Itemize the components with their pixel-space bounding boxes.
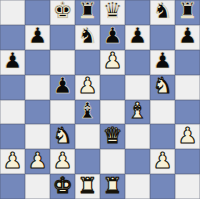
square-a5[interactable] bbox=[0, 75, 25, 100]
square-a2[interactable]: ♟ bbox=[0, 149, 25, 174]
square-a3[interactable] bbox=[0, 124, 25, 149]
square-a1[interactable] bbox=[0, 174, 25, 199]
square-e3[interactable]: ♛ bbox=[100, 124, 125, 149]
chess-board: ♚♜♛♞♜♟♞♟♟♟♟♟♟♟♟♞♝♝♞♛♟♟♟♟♟♚♜♜ bbox=[0, 0, 200, 199]
square-c6[interactable] bbox=[50, 50, 75, 75]
piece-black-queen[interactable]: ♛ bbox=[103, 0, 123, 22]
piece-black-pawn[interactable]: ♟ bbox=[128, 25, 148, 47]
square-d7[interactable]: ♞ bbox=[75, 25, 100, 50]
piece-white-pawn[interactable]: ♟ bbox=[103, 50, 123, 72]
piece-black-pawn[interactable]: ♟ bbox=[28, 25, 48, 47]
square-f8[interactable] bbox=[125, 0, 150, 25]
square-d3[interactable] bbox=[75, 124, 100, 149]
piece-black-pawn[interactable]: ♟ bbox=[178, 25, 198, 47]
square-d4[interactable]: ♝ bbox=[75, 100, 100, 125]
piece-white-pawn[interactable]: ♟ bbox=[178, 125, 198, 147]
piece-white-pawn[interactable]: ♟ bbox=[28, 150, 48, 172]
piece-white-rook[interactable]: ♜ bbox=[78, 175, 98, 197]
square-b1[interactable] bbox=[25, 174, 50, 199]
square-h3[interactable]: ♟ bbox=[175, 124, 200, 149]
piece-white-pawn[interactable]: ♟ bbox=[3, 150, 23, 172]
square-d2[interactable] bbox=[75, 149, 100, 174]
square-f1[interactable] bbox=[125, 174, 150, 199]
square-d1[interactable]: ♜ bbox=[75, 174, 100, 199]
square-f6[interactable] bbox=[125, 50, 150, 75]
piece-white-bishop[interactable]: ♝ bbox=[128, 100, 148, 122]
piece-white-pawn[interactable]: ♟ bbox=[78, 75, 98, 97]
piece-black-pawn[interactable]: ♟ bbox=[3, 50, 23, 72]
piece-black-rook[interactable]: ♜ bbox=[178, 0, 198, 22]
piece-black-knight[interactable]: ♞ bbox=[78, 25, 98, 47]
piece-white-king[interactable]: ♚ bbox=[53, 175, 73, 197]
square-c3[interactable]: ♞ bbox=[50, 124, 75, 149]
square-g1[interactable] bbox=[150, 174, 175, 199]
square-h6[interactable] bbox=[175, 50, 200, 75]
piece-white-queen[interactable]: ♛ bbox=[103, 125, 123, 147]
square-d6[interactable] bbox=[75, 50, 100, 75]
square-h2[interactable] bbox=[175, 149, 200, 174]
square-e1[interactable]: ♜ bbox=[100, 174, 125, 199]
square-e2[interactable] bbox=[100, 149, 125, 174]
square-f3[interactable] bbox=[125, 124, 150, 149]
piece-black-king[interactable]: ♚ bbox=[53, 0, 73, 22]
square-g3[interactable] bbox=[150, 124, 175, 149]
piece-white-pawn[interactable]: ♟ bbox=[153, 150, 173, 172]
square-c2[interactable]: ♟ bbox=[50, 149, 75, 174]
square-b7[interactable]: ♟ bbox=[25, 25, 50, 50]
square-h8[interactable]: ♜ bbox=[175, 0, 200, 25]
square-g4[interactable] bbox=[150, 100, 175, 125]
square-e4[interactable] bbox=[100, 100, 125, 125]
square-c5[interactable]: ♟ bbox=[50, 75, 75, 100]
square-b3[interactable] bbox=[25, 124, 50, 149]
piece-black-pawn[interactable]: ♟ bbox=[153, 50, 173, 72]
piece-white-knight[interactable]: ♞ bbox=[153, 75, 173, 97]
square-a4[interactable] bbox=[0, 100, 25, 125]
square-f4[interactable]: ♝ bbox=[125, 100, 150, 125]
square-e6[interactable]: ♟ bbox=[100, 50, 125, 75]
square-e5[interactable] bbox=[100, 75, 125, 100]
square-c4[interactable] bbox=[50, 100, 75, 125]
square-b2[interactable]: ♟ bbox=[25, 149, 50, 174]
square-g2[interactable]: ♟ bbox=[150, 149, 175, 174]
square-h4[interactable] bbox=[175, 100, 200, 125]
square-a6[interactable]: ♟ bbox=[0, 50, 25, 75]
square-e7[interactable]: ♟ bbox=[100, 25, 125, 50]
square-g7[interactable] bbox=[150, 25, 175, 50]
square-b6[interactable] bbox=[25, 50, 50, 75]
square-g6[interactable]: ♟ bbox=[150, 50, 175, 75]
square-d8[interactable]: ♜ bbox=[75, 0, 100, 25]
piece-white-knight[interactable]: ♞ bbox=[53, 125, 73, 147]
piece-black-bishop[interactable]: ♝ bbox=[78, 100, 98, 122]
piece-black-pawn[interactable]: ♟ bbox=[53, 75, 73, 97]
square-b5[interactable] bbox=[25, 75, 50, 100]
square-b4[interactable] bbox=[25, 100, 50, 125]
square-c1[interactable]: ♚ bbox=[50, 174, 75, 199]
square-h7[interactable]: ♟ bbox=[175, 25, 200, 50]
square-a8[interactable] bbox=[0, 0, 25, 25]
square-d5[interactable]: ♟ bbox=[75, 75, 100, 100]
square-f7[interactable]: ♟ bbox=[125, 25, 150, 50]
piece-black-pawn[interactable]: ♟ bbox=[103, 25, 123, 47]
square-h5[interactable] bbox=[175, 75, 200, 100]
piece-white-pawn[interactable]: ♟ bbox=[53, 150, 73, 172]
piece-white-rook[interactable]: ♜ bbox=[103, 175, 123, 197]
square-a7[interactable] bbox=[0, 25, 25, 50]
square-f5[interactable] bbox=[125, 75, 150, 100]
square-c8[interactable]: ♚ bbox=[50, 0, 75, 25]
square-g5[interactable]: ♞ bbox=[150, 75, 175, 100]
square-h1[interactable] bbox=[175, 174, 200, 199]
piece-black-knight[interactable]: ♞ bbox=[153, 0, 173, 22]
piece-black-rook[interactable]: ♜ bbox=[78, 0, 98, 22]
square-f2[interactable] bbox=[125, 149, 150, 174]
square-g8[interactable]: ♞ bbox=[150, 0, 175, 25]
square-c7[interactable] bbox=[50, 25, 75, 50]
square-e8[interactable]: ♛ bbox=[100, 0, 125, 25]
square-b8[interactable] bbox=[25, 0, 50, 25]
